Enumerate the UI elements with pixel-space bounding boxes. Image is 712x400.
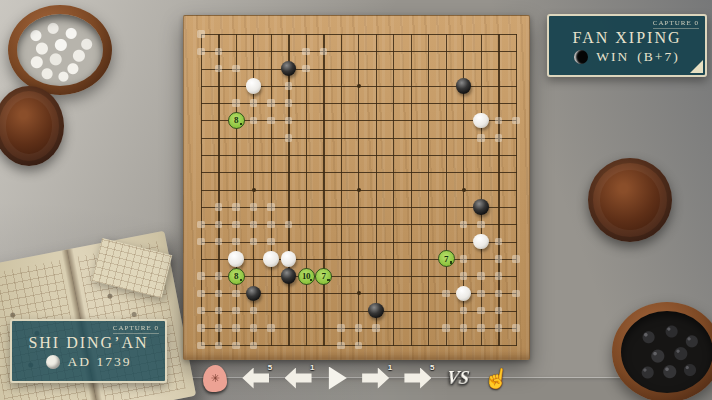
heatmap-square xyxy=(232,65,240,73)
heatmap-square xyxy=(460,272,468,280)
heatmap-square xyxy=(267,203,275,211)
black-stone xyxy=(281,61,297,77)
back-5-button[interactable]: 5 xyxy=(242,368,269,389)
step-count-badge: 1 xyxy=(388,363,392,372)
white-stone xyxy=(246,78,262,94)
move-marker-8[interactable]: 8 xyxy=(228,268,245,285)
heatmap-square xyxy=(215,290,223,298)
black-stone xyxy=(368,303,384,319)
white-stone xyxy=(263,251,279,267)
place-stone-button[interactable]: ☝ xyxy=(484,368,509,388)
heatmap-square xyxy=(512,255,520,263)
heatmap-square xyxy=(460,255,468,263)
heatmap-square xyxy=(215,342,223,350)
arrow-left-icon xyxy=(242,368,269,389)
black-stone xyxy=(473,199,489,215)
heatmap-square xyxy=(232,99,240,107)
heatmap-square xyxy=(197,290,205,298)
black-stones-in-bowl xyxy=(621,311,712,393)
head-gear-icon: ✳ xyxy=(203,365,227,392)
heatmap-square xyxy=(250,342,258,350)
heatmap-square xyxy=(215,221,223,229)
heatmap-square xyxy=(460,221,468,229)
result-label: WIN xyxy=(596,49,629,65)
gear-icon: ✳ xyxy=(210,373,219,384)
play-button[interactable] xyxy=(327,367,347,390)
heatmap-square xyxy=(267,324,275,332)
heatmap-square xyxy=(477,307,485,315)
heatmap-square xyxy=(355,324,363,332)
playback-controls: ✳5115VS☝ xyxy=(203,360,509,396)
step-count-badge: 5 xyxy=(268,363,272,372)
heatmap-square xyxy=(355,342,363,350)
heatmap-square xyxy=(285,82,293,90)
heatmap-square xyxy=(267,99,275,107)
heatmap-square xyxy=(285,221,293,229)
heatmap-square xyxy=(267,117,275,125)
heatmap-square xyxy=(495,290,503,298)
white-stone xyxy=(228,251,244,267)
versus-button[interactable]: VS xyxy=(447,368,469,389)
analysis-button[interactable]: ✳ xyxy=(203,365,227,392)
black-stone xyxy=(281,268,297,284)
play-icon xyxy=(327,367,347,390)
heatmap-square xyxy=(215,238,223,246)
heatmap-square xyxy=(495,307,503,315)
heatmap-square xyxy=(250,99,258,107)
heatmap-square xyxy=(512,290,520,298)
heatmap-square xyxy=(215,307,223,315)
white-stone xyxy=(456,286,472,302)
heatmap-square xyxy=(232,203,240,211)
heatmap-square xyxy=(232,342,240,350)
heatmap-square xyxy=(337,324,345,332)
heatmap-square xyxy=(250,203,258,211)
heatmap-square xyxy=(250,221,258,229)
heatmap-square xyxy=(495,272,503,280)
move-marker-8[interactable]: 8 xyxy=(228,112,245,129)
heatmap-square xyxy=(477,134,485,142)
black-stone xyxy=(456,78,472,94)
white-stone xyxy=(473,113,489,129)
heatmap-square xyxy=(197,272,205,280)
heatmap-square xyxy=(495,255,503,263)
heatmap-square xyxy=(197,48,205,56)
bowl-lid-right xyxy=(588,158,672,242)
heatmap-square xyxy=(285,117,293,125)
pointing-hand-icon: ☝ xyxy=(483,366,511,389)
heatmap-square xyxy=(267,221,275,229)
heatmap-square xyxy=(320,48,328,56)
heatmap-square xyxy=(477,221,485,229)
arrow-right-icon xyxy=(404,368,431,389)
heatmap-square xyxy=(495,117,503,125)
white-stones-in-bowl xyxy=(17,14,103,86)
heatmap-square xyxy=(302,48,310,56)
move-marker-7[interactable]: 7 xyxy=(315,268,332,285)
vs-icon: VS xyxy=(445,368,470,389)
heatmap-square xyxy=(215,272,223,280)
star-point xyxy=(357,84,361,88)
panel-corner-fold-icon[interactable] xyxy=(690,60,703,73)
capture-count-label: CAPTURE 0 xyxy=(113,324,159,334)
white-stones-bowl xyxy=(8,5,112,95)
star-point xyxy=(357,188,361,192)
black-stone-icon xyxy=(574,50,588,64)
heatmap-square xyxy=(460,307,468,315)
heatmap-square xyxy=(512,324,520,332)
forward-5-button[interactable]: 5 xyxy=(404,368,431,389)
heatmap-square xyxy=(197,324,205,332)
heatmap-square xyxy=(197,221,205,229)
back-1-button[interactable]: 1 xyxy=(285,368,312,389)
heatmap-square xyxy=(477,272,485,280)
heatmap-square xyxy=(442,324,450,332)
white-stone xyxy=(281,251,297,267)
move-marker-10[interactable]: 10 xyxy=(298,268,315,285)
black-stone xyxy=(246,286,262,302)
star-point xyxy=(252,188,256,192)
heatmap-square xyxy=(477,290,485,298)
heatmap-square xyxy=(460,324,468,332)
step-count-badge: 1 xyxy=(310,363,314,372)
heatmap-square xyxy=(250,238,258,246)
heatmap-square xyxy=(232,307,240,315)
heatmap-square xyxy=(197,30,205,38)
heatmap-square xyxy=(232,238,240,246)
heatmap-square xyxy=(232,290,240,298)
game-screen: 878107 CAPTURE 0 FAN XIPING WIN (B+7) CA… xyxy=(0,0,712,400)
heatmap-square xyxy=(250,324,258,332)
player-panel-shi-dingan[interactable]: CAPTURE 0 SHI DING’AN AD 1739 xyxy=(10,319,167,383)
player-panel-fan-xiping[interactable]: CAPTURE 0 FAN XIPING WIN (B+7) xyxy=(547,14,707,77)
board-intersections: 878107 xyxy=(192,25,525,354)
arrow-left-icon xyxy=(285,368,312,389)
star-point xyxy=(462,188,466,192)
heatmap-square xyxy=(232,221,240,229)
black-stones-bowl xyxy=(612,302,712,400)
heatmap-square xyxy=(495,238,503,246)
heatmap-square xyxy=(285,99,293,107)
heatmap-square xyxy=(197,342,205,350)
star-point xyxy=(357,291,361,295)
heatmap-square xyxy=(337,342,345,350)
heatmap-square xyxy=(495,324,503,332)
player-name: FAN XIPING xyxy=(557,29,697,47)
player-name: SHI DING’AN xyxy=(20,334,157,352)
heatmap-square xyxy=(495,134,503,142)
heatmap-square xyxy=(215,65,223,73)
era-label: AD 1739 xyxy=(68,354,132,370)
heatmap-square xyxy=(215,324,223,332)
forward-1-button[interactable]: 1 xyxy=(362,368,389,389)
heatmap-square xyxy=(302,65,310,73)
go-board[interactable]: 878107 xyxy=(183,15,530,360)
heatmap-square xyxy=(215,48,223,56)
step-count-badge: 5 xyxy=(430,363,434,372)
heatmap-square xyxy=(197,307,205,315)
arrow-right-icon xyxy=(362,368,389,389)
heatmap-square xyxy=(477,324,485,332)
heatmap-square xyxy=(250,307,258,315)
heatmap-square xyxy=(267,238,275,246)
white-stone xyxy=(473,234,489,250)
heatmap-square xyxy=(197,238,205,246)
white-stone-icon xyxy=(46,355,60,369)
heatmap-square xyxy=(512,117,520,125)
move-marker-7[interactable]: 7 xyxy=(438,250,455,267)
heatmap-square xyxy=(215,203,223,211)
heatmap-square xyxy=(232,324,240,332)
heatmap-square xyxy=(372,324,380,332)
result-score: (B+7) xyxy=(637,49,679,65)
heatmap-square xyxy=(285,134,293,142)
heatmap-square xyxy=(442,290,450,298)
heatmap-square xyxy=(250,117,258,125)
capture-count-label: CAPTURE 0 xyxy=(653,19,699,29)
